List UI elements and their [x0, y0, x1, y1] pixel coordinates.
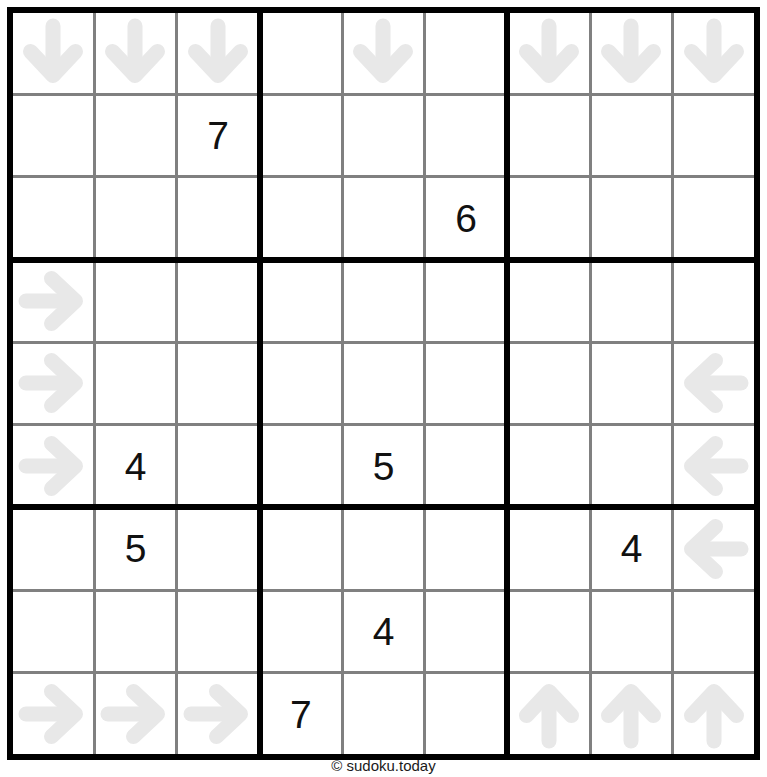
cell-r1c6[interactable] — [426, 13, 506, 93]
cell-r1c5[interactable] — [344, 13, 424, 93]
given-digit: 5 — [125, 529, 147, 568]
cell-r8c5[interactable]: 4 — [344, 592, 424, 672]
cell-r8c9[interactable] — [674, 592, 754, 672]
cell-r6c8[interactable] — [592, 426, 672, 506]
cell-r4c6[interactable] — [426, 261, 506, 341]
cell-r8c6[interactable] — [426, 592, 506, 672]
given-digit: 5 — [373, 447, 395, 486]
cell-r6c5[interactable]: 5 — [344, 426, 424, 506]
given-digit: 7 — [290, 695, 312, 734]
cell-r4c1[interactable] — [13, 261, 93, 341]
cell-r1c9[interactable] — [674, 13, 754, 93]
arrow-right-icon — [17, 678, 89, 750]
arrow-right-icon — [17, 430, 89, 502]
cell-r8c8[interactable] — [592, 592, 672, 672]
cell-r1c7[interactable] — [509, 13, 589, 93]
arrow-right-icon — [17, 347, 89, 419]
box-divider-vertical-1 — [257, 13, 263, 754]
cell-r4c8[interactable] — [592, 261, 672, 341]
cell-r5c5[interactable] — [344, 344, 424, 424]
cell-r5c7[interactable] — [509, 344, 589, 424]
cell-r2c9[interactable] — [674, 96, 754, 176]
cell-r8c7[interactable] — [509, 592, 589, 672]
cell-r9c5[interactable] — [344, 674, 424, 754]
cell-r8c3[interactable] — [178, 592, 258, 672]
arrow-down-icon — [99, 17, 171, 89]
cell-r2c7[interactable] — [509, 96, 589, 176]
cell-r6c4[interactable] — [261, 426, 341, 506]
cell-r3c5[interactable] — [344, 178, 424, 258]
cell-r7c8[interactable]: 4 — [592, 509, 672, 589]
arrow-down-icon — [595, 17, 667, 89]
cell-r4c4[interactable] — [261, 261, 341, 341]
arrow-left-icon — [678, 513, 750, 585]
cell-r8c1[interactable] — [13, 592, 93, 672]
cell-r2c3[interactable]: 7 — [178, 96, 258, 176]
cell-r3c8[interactable] — [592, 178, 672, 258]
sudoku-board: 76455447 — [7, 7, 760, 760]
cell-r6c7[interactable] — [509, 426, 589, 506]
cell-r3c9[interactable] — [674, 178, 754, 258]
cell-r7c2[interactable]: 5 — [96, 509, 176, 589]
cell-r5c4[interactable] — [261, 344, 341, 424]
cell-r5c2[interactable] — [96, 344, 176, 424]
cell-r2c8[interactable] — [592, 96, 672, 176]
cell-r3c3[interactable] — [178, 178, 258, 258]
cell-r2c5[interactable] — [344, 96, 424, 176]
cell-r7c6[interactable] — [426, 509, 506, 589]
cell-r4c7[interactable] — [509, 261, 589, 341]
cell-r9c4[interactable]: 7 — [261, 674, 341, 754]
box-divider-vertical-2 — [504, 13, 510, 754]
cell-r9c7[interactable] — [509, 674, 589, 754]
copyright-text: © sudoku.today — [0, 757, 767, 774]
box-divider-horizontal-1 — [13, 257, 754, 263]
cell-r9c2[interactable] — [96, 674, 176, 754]
box-divider-horizontal-2 — [13, 504, 754, 510]
cell-r8c4[interactable] — [261, 592, 341, 672]
cell-r9c9[interactable] — [674, 674, 754, 754]
cell-r1c3[interactable] — [178, 13, 258, 93]
cell-r4c3[interactable] — [178, 261, 258, 341]
cell-r3c4[interactable] — [261, 178, 341, 258]
cell-r3c6[interactable]: 6 — [426, 178, 506, 258]
cell-r9c6[interactable] — [426, 674, 506, 754]
arrow-down-icon — [678, 17, 750, 89]
cell-r4c5[interactable] — [344, 261, 424, 341]
cell-r5c8[interactable] — [592, 344, 672, 424]
given-digit: 7 — [207, 116, 229, 155]
cell-r7c7[interactable] — [509, 509, 589, 589]
cell-r2c4[interactable] — [261, 96, 341, 176]
cell-r7c4[interactable] — [261, 509, 341, 589]
arrow-down-icon — [347, 17, 419, 89]
cell-r7c5[interactable] — [344, 509, 424, 589]
given-digit: 4 — [373, 612, 395, 651]
arrow-left-icon — [678, 347, 750, 419]
page: 76455447 © sudoku.today — [0, 0, 767, 777]
cell-r9c3[interactable] — [178, 674, 258, 754]
cell-r5c3[interactable] — [178, 344, 258, 424]
cell-r6c6[interactable] — [426, 426, 506, 506]
arrow-right-icon — [182, 678, 254, 750]
cell-r2c2[interactable] — [96, 96, 176, 176]
cell-r6c3[interactable] — [178, 426, 258, 506]
cell-r7c9[interactable] — [674, 509, 754, 589]
arrow-up-icon — [678, 678, 750, 750]
arrow-down-icon — [513, 17, 585, 89]
cell-r7c3[interactable] — [178, 509, 258, 589]
cell-r1c8[interactable] — [592, 13, 672, 93]
arrow-right-icon — [17, 265, 89, 337]
cell-r7c1[interactable] — [13, 509, 93, 589]
cell-r9c8[interactable] — [592, 674, 672, 754]
cell-r5c1[interactable] — [13, 344, 93, 424]
cell-r3c2[interactable] — [96, 178, 176, 258]
arrow-down-icon — [17, 17, 89, 89]
cell-r8c2[interactable] — [96, 592, 176, 672]
cell-r9c1[interactable] — [13, 674, 93, 754]
cell-r4c2[interactable] — [96, 261, 176, 341]
cell-r3c1[interactable] — [13, 178, 93, 258]
cell-r2c1[interactable] — [13, 96, 93, 176]
cell-r5c9[interactable] — [674, 344, 754, 424]
given-digit: 4 — [125, 447, 147, 486]
cell-r3c7[interactable] — [509, 178, 589, 258]
arrow-right-icon — [99, 678, 171, 750]
cell-r6c2[interactable]: 4 — [96, 426, 176, 506]
cell-r6c1[interactable] — [13, 426, 93, 506]
arrow-left-icon — [678, 430, 750, 502]
arrow-up-icon — [595, 678, 667, 750]
cell-r1c2[interactable] — [96, 13, 176, 93]
cell-r6c9[interactable] — [674, 426, 754, 506]
arrow-down-icon — [182, 17, 254, 89]
cell-r1c4[interactable] — [261, 13, 341, 93]
given-digit: 4 — [621, 529, 643, 568]
cell-r2c6[interactable] — [426, 96, 506, 176]
cell-r1c1[interactable] — [13, 13, 93, 93]
cell-r4c9[interactable] — [674, 261, 754, 341]
cell-r5c6[interactable] — [426, 344, 506, 424]
arrow-up-icon — [513, 678, 585, 750]
given-digit: 6 — [455, 199, 477, 238]
